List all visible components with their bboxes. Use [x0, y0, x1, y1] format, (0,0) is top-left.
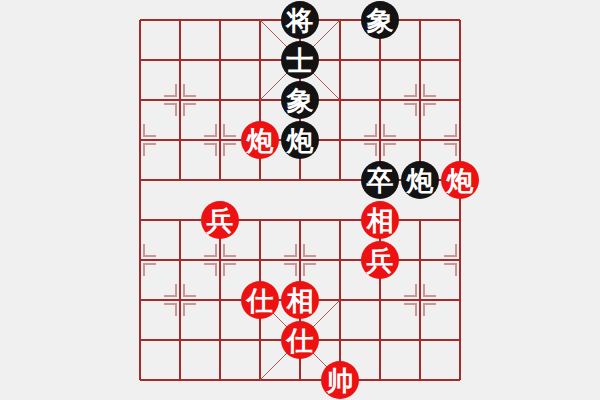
board-point[interactable] [200, 320, 240, 360]
board-point[interactable] [320, 200, 360, 240]
board-point[interactable] [360, 360, 400, 400]
red-elephant[interactable]: 相 [281, 281, 319, 319]
board-point[interactable] [160, 0, 200, 40]
board-point[interactable] [120, 320, 160, 360]
board-point[interactable] [240, 320, 280, 360]
red-cannon[interactable]: 炮 [241, 121, 279, 159]
board-point[interactable] [160, 200, 200, 240]
board-point[interactable] [280, 360, 320, 400]
board-point[interactable] [200, 40, 240, 80]
board-point[interactable] [440, 320, 480, 360]
black-soldier[interactable]: 卒 [361, 161, 399, 199]
board-point[interactable] [160, 360, 200, 400]
board-grid: 将象士象炮炮卒炮炮兵相兵仕相仕帅 [120, 0, 480, 400]
board-point[interactable] [320, 80, 360, 120]
board-point[interactable] [240, 80, 280, 120]
board-point[interactable] [160, 80, 200, 120]
board-point[interactable] [280, 200, 320, 240]
black-cannon[interactable]: 炮 [401, 161, 439, 199]
board-point[interactable] [280, 160, 320, 200]
board-point[interactable] [440, 120, 480, 160]
board-point[interactable] [320, 240, 360, 280]
red-advisor[interactable]: 仕 [281, 321, 319, 359]
board-point[interactable] [200, 240, 240, 280]
black-elephant[interactable]: 象 [361, 1, 399, 39]
red-cannon[interactable]: 炮 [441, 161, 479, 199]
board-point[interactable] [440, 240, 480, 280]
board-point[interactable] [120, 40, 160, 80]
board-point[interactable] [120, 120, 160, 160]
board-point[interactable] [400, 200, 440, 240]
board-point[interactable] [440, 280, 480, 320]
board-point[interactable] [200, 280, 240, 320]
board-point[interactable] [120, 240, 160, 280]
black-elephant[interactable]: 象 [281, 81, 319, 119]
board-point[interactable] [400, 320, 440, 360]
board-point[interactable] [320, 120, 360, 160]
board-point[interactable] [320, 280, 360, 320]
board-point[interactable] [320, 0, 360, 40]
board-point[interactable] [400, 40, 440, 80]
board-point[interactable] [200, 80, 240, 120]
board-point[interactable] [120, 200, 160, 240]
board-point[interactable] [120, 360, 160, 400]
board-point[interactable] [160, 240, 200, 280]
board-point[interactable] [240, 240, 280, 280]
board-point[interactable] [360, 40, 400, 80]
black-cannon[interactable]: 炮 [281, 121, 319, 159]
board-point[interactable] [240, 160, 280, 200]
board-point[interactable] [320, 160, 360, 200]
board-point[interactable] [400, 80, 440, 120]
board-point[interactable] [200, 0, 240, 40]
board-point[interactable] [200, 120, 240, 160]
board-point[interactable] [200, 360, 240, 400]
red-general[interactable]: 帅 [321, 361, 359, 399]
board-point[interactable] [240, 200, 280, 240]
board-point[interactable] [240, 360, 280, 400]
board-point[interactable] [360, 280, 400, 320]
board-point[interactable] [400, 360, 440, 400]
red-advisor[interactable]: 仕 [241, 281, 279, 319]
board-point[interactable] [120, 0, 160, 40]
board-point[interactable] [160, 320, 200, 360]
board-point[interactable] [360, 120, 400, 160]
red-soldier[interactable]: 兵 [201, 201, 239, 239]
red-soldier[interactable]: 兵 [361, 241, 399, 279]
board-point[interactable] [360, 80, 400, 120]
board-point[interactable] [200, 160, 240, 200]
board-point[interactable] [160, 40, 200, 80]
board-point[interactable] [400, 0, 440, 40]
board-point[interactable] [160, 280, 200, 320]
board-point[interactable] [320, 40, 360, 80]
board-point[interactable] [400, 240, 440, 280]
black-advisor[interactable]: 士 [281, 41, 319, 79]
board-point[interactable] [120, 80, 160, 120]
board-point[interactable] [240, 0, 280, 40]
board-point[interactable] [160, 160, 200, 200]
black-general[interactable]: 将 [281, 1, 319, 39]
board-point[interactable] [160, 120, 200, 160]
board-point[interactable] [360, 320, 400, 360]
board-point[interactable] [440, 0, 480, 40]
red-elephant[interactable]: 相 [361, 201, 399, 239]
board-point[interactable] [440, 80, 480, 120]
xiangqi-board: 将象士象炮炮卒炮炮兵相兵仕相仕帅 [0, 0, 600, 400]
board-point[interactable] [120, 160, 160, 200]
board-point[interactable] [280, 240, 320, 280]
board-point[interactable] [440, 360, 480, 400]
board-point[interactable] [440, 40, 480, 80]
board-point[interactable] [320, 320, 360, 360]
board-point[interactable] [120, 280, 160, 320]
board-point[interactable] [240, 40, 280, 80]
board-point[interactable] [400, 280, 440, 320]
board-point[interactable] [400, 120, 440, 160]
board-point[interactable] [440, 200, 480, 240]
